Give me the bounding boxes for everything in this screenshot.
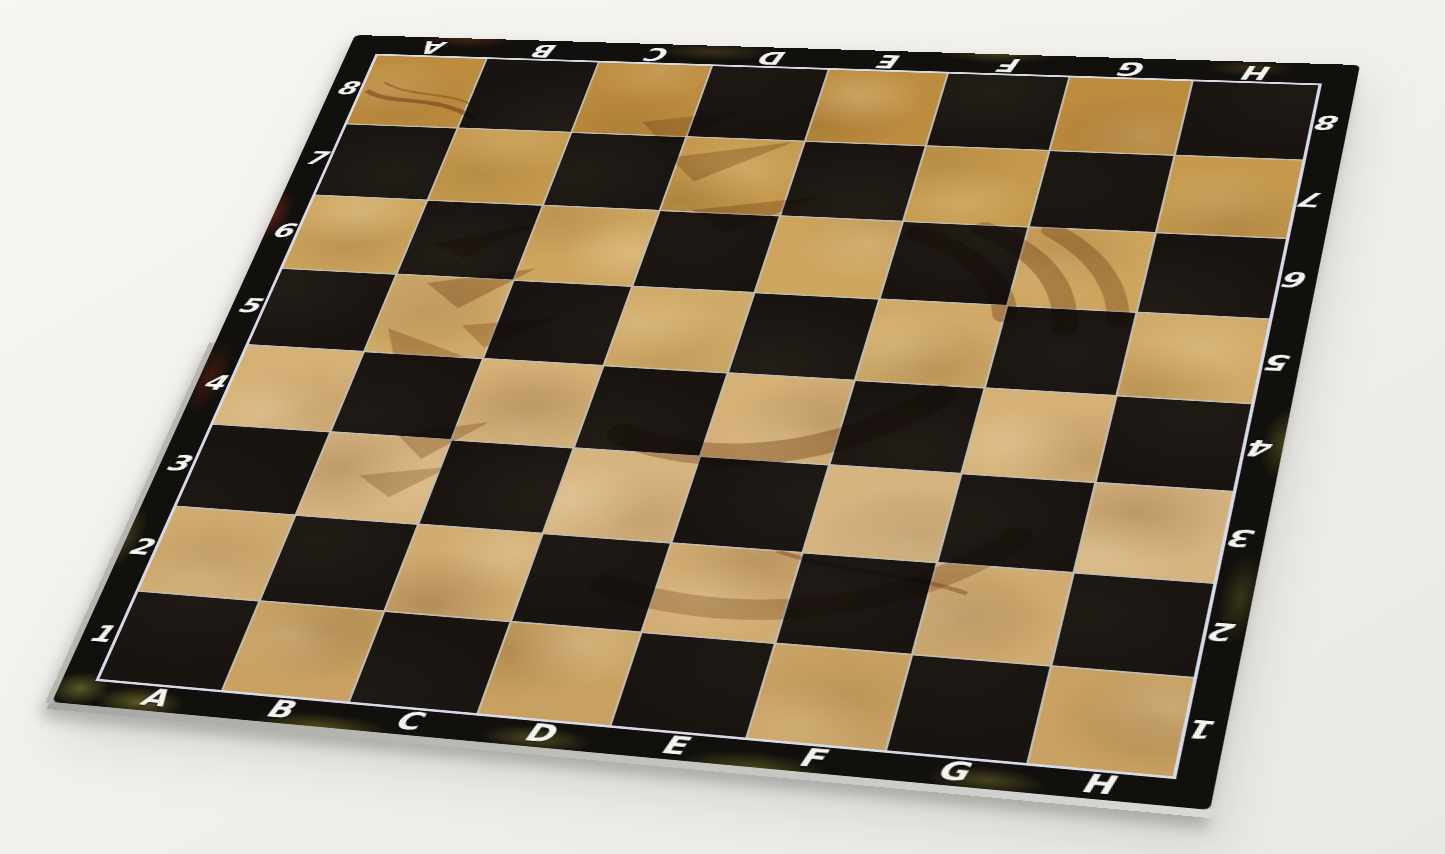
square-f4[interactable]	[830, 381, 983, 472]
square-h6[interactable]	[1138, 233, 1286, 319]
square-f3[interactable]	[804, 465, 960, 561]
file-label-top-c: C	[645, 45, 673, 63]
file-label-bottom-f: F	[795, 744, 827, 771]
square-g6[interactable]	[1008, 227, 1155, 311]
square-c8[interactable]	[572, 63, 711, 136]
square-d5[interactable]	[605, 287, 753, 372]
square-e2[interactable]	[643, 543, 801, 642]
square-e7[interactable]	[781, 142, 924, 221]
rank-label-right-2: 2	[1209, 618, 1240, 645]
rank-label-right-4: 4	[1248, 436, 1277, 460]
square-h1[interactable]	[1029, 667, 1193, 776]
file-label-top-f: F	[998, 56, 1025, 75]
rank-label-right-6: 6	[1283, 268, 1311, 290]
file-label-top-a: A	[421, 38, 450, 56]
file-label-top-b: B	[532, 42, 561, 60]
file-label-top-d: D	[758, 48, 789, 67]
file-label-bottom-e: E	[658, 732, 690, 759]
square-h7[interactable]	[1158, 156, 1303, 238]
file-label-top-h: H	[1242, 63, 1273, 83]
square-f7[interactable]	[904, 146, 1048, 226]
file-label-top-g: G	[1118, 59, 1149, 78]
rank-label-left-1: 1	[85, 621, 117, 646]
file-label-top-e: E	[878, 52, 905, 71]
square-d4[interactable]	[575, 366, 726, 455]
square-e6[interactable]	[756, 216, 902, 298]
file-label-bottom-b: B	[262, 696, 296, 722]
board-frame: ABCDEFGH ABCDEFGH 87654321 87654321	[52, 35, 1360, 810]
square-d8[interactable]	[688, 66, 828, 140]
rank-label-left-7: 7	[301, 149, 329, 168]
file-label-bottom-h: H	[1078, 770, 1115, 799]
square-g2[interactable]	[913, 563, 1073, 665]
square-e1[interactable]	[612, 633, 774, 737]
rank-label-left-5: 5	[235, 295, 264, 316]
file-label-bottom-g: G	[934, 757, 971, 785]
file-label-bottom-a: A	[137, 685, 172, 711]
square-g7[interactable]	[1029, 151, 1173, 232]
rank-label-left-8: 8	[333, 79, 360, 97]
square-f1[interactable]	[747, 644, 910, 750]
square-f5[interactable]	[856, 300, 1005, 387]
square-g3[interactable]	[938, 474, 1094, 571]
rank-label-right-1: 1	[1189, 715, 1221, 743]
square-h4[interactable]	[1097, 397, 1251, 491]
photo-background: ABCDEFGH ABCDEFGH 87654321 87654321	[0, 0, 1445, 854]
square-d6[interactable]	[634, 211, 779, 292]
file-label-bottom-c: C	[391, 708, 425, 734]
square-g8[interactable]	[1050, 77, 1192, 154]
rank-label-right-3: 3	[1229, 525, 1259, 550]
rank-label-left-2: 2	[125, 535, 156, 559]
square-h3[interactable]	[1075, 483, 1232, 582]
rank-label-left-6: 6	[269, 221, 298, 241]
chess-board: ABCDEFGH ABCDEFGH 87654321 87654321	[52, 35, 1360, 810]
square-e3[interactable]	[673, 457, 828, 552]
square-e8[interactable]	[806, 70, 946, 145]
square-f8[interactable]	[927, 74, 1068, 150]
rank-label-left-3: 3	[163, 452, 193, 475]
square-h8[interactable]	[1176, 81, 1318, 159]
board-shadow: ABCDEFGH ABCDEFGH 87654321 87654321	[0, 0, 1445, 854]
square-d3[interactable]	[544, 449, 698, 542]
square-f6[interactable]	[880, 222, 1026, 305]
square-e5[interactable]	[729, 293, 878, 379]
square-h2[interactable]	[1053, 573, 1214, 677]
playing-field	[99, 56, 1318, 777]
rank-label-left-4: 4	[199, 372, 229, 394]
file-label-bottom-d: D	[521, 720, 558, 747]
square-e4[interactable]	[701, 374, 853, 464]
rank-label-right-8: 8	[1316, 113, 1343, 133]
rank-label-right-5: 5	[1266, 351, 1295, 374]
square-g5[interactable]	[985, 306, 1135, 394]
square-f2[interactable]	[776, 553, 935, 654]
square-g1[interactable]	[887, 656, 1050, 763]
rank-label-right-7: 7	[1300, 189, 1328, 210]
square-g4[interactable]	[962, 389, 1115, 482]
square-h5[interactable]	[1118, 313, 1269, 403]
square-d7[interactable]	[661, 137, 803, 215]
